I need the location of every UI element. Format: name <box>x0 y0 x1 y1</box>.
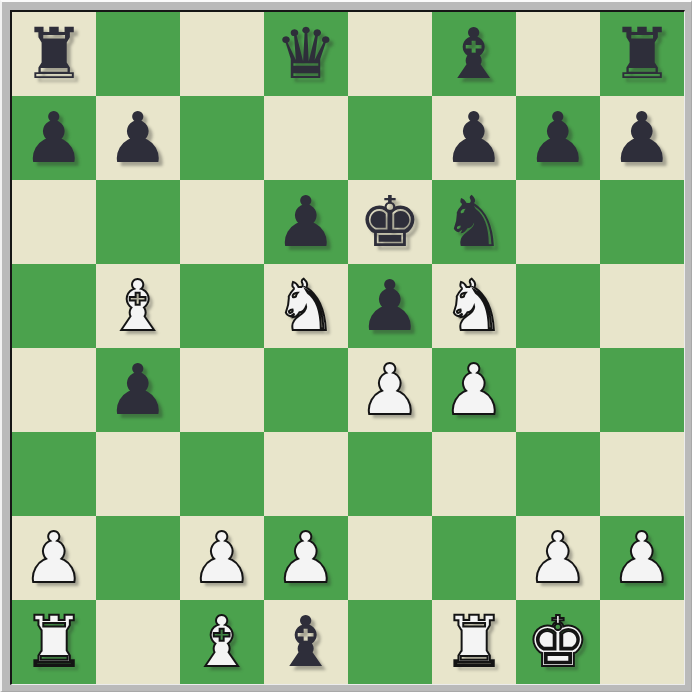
square-a4[interactable] <box>12 348 96 432</box>
black-pawn-e5[interactable]: ♟ <box>359 264 422 348</box>
black-pawn-b7[interactable]: ♟ <box>107 96 170 180</box>
square-f1[interactable]: ♜ <box>432 600 516 684</box>
black-pawn-d6[interactable]: ♟ <box>275 180 338 264</box>
white-pawn-d2[interactable]: ♟ <box>275 516 338 600</box>
square-c5[interactable] <box>180 264 264 348</box>
black-bishop-f8[interactable]: ♝ <box>443 12 506 96</box>
black-pawn-f7[interactable]: ♟ <box>443 96 506 180</box>
square-h4[interactable] <box>600 348 684 432</box>
square-h5[interactable] <box>600 264 684 348</box>
square-d1[interactable]: ♝ <box>264 600 348 684</box>
white-rook-a1[interactable]: ♜ <box>23 600 86 684</box>
board-frame: ♜♛♝♜♟♟♟♟♟♟♚♞♝♞♟♞♟♟♟♟♟♟♟♟♜♝♝♜♚ <box>0 0 692 692</box>
square-g6[interactable] <box>516 180 600 264</box>
square-d2[interactable]: ♟ <box>264 516 348 600</box>
black-pawn-b4[interactable]: ♟ <box>107 348 170 432</box>
square-c1[interactable]: ♝ <box>180 600 264 684</box>
square-g2[interactable]: ♟ <box>516 516 600 600</box>
square-g3[interactable] <box>516 432 600 516</box>
white-pawn-a2[interactable]: ♟ <box>23 516 86 600</box>
square-g5[interactable] <box>516 264 600 348</box>
white-pawn-g2[interactable]: ♟ <box>527 516 590 600</box>
square-d5[interactable]: ♞ <box>264 264 348 348</box>
black-knight-f6[interactable]: ♞ <box>443 180 506 264</box>
square-c3[interactable] <box>180 432 264 516</box>
square-c4[interactable] <box>180 348 264 432</box>
square-f8[interactable]: ♝ <box>432 12 516 96</box>
white-pawn-h2[interactable]: ♟ <box>611 516 674 600</box>
white-knight-d5[interactable]: ♞ <box>275 264 338 348</box>
square-g1[interactable]: ♚ <box>516 600 600 684</box>
square-b8[interactable] <box>96 12 180 96</box>
square-e4[interactable]: ♟ <box>348 348 432 432</box>
square-b3[interactable] <box>96 432 180 516</box>
square-b5[interactable]: ♝ <box>96 264 180 348</box>
white-pawn-e4[interactable]: ♟ <box>359 348 422 432</box>
square-g4[interactable] <box>516 348 600 432</box>
square-g8[interactable] <box>516 12 600 96</box>
black-queen-d8[interactable]: ♛ <box>275 12 338 96</box>
square-f2[interactable] <box>432 516 516 600</box>
square-a5[interactable] <box>12 264 96 348</box>
square-h7[interactable]: ♟ <box>600 96 684 180</box>
white-pawn-c2[interactable]: ♟ <box>191 516 254 600</box>
square-e8[interactable] <box>348 12 432 96</box>
white-king-g1[interactable]: ♚ <box>527 600 590 684</box>
square-g7[interactable]: ♟ <box>516 96 600 180</box>
black-pawn-g7[interactable]: ♟ <box>527 96 590 180</box>
square-a7[interactable]: ♟ <box>12 96 96 180</box>
square-e2[interactable] <box>348 516 432 600</box>
black-pawn-h7[interactable]: ♟ <box>611 96 674 180</box>
square-h3[interactable] <box>600 432 684 516</box>
square-a2[interactable]: ♟ <box>12 516 96 600</box>
square-h6[interactable] <box>600 180 684 264</box>
square-d7[interactable] <box>264 96 348 180</box>
square-e6[interactable]: ♚ <box>348 180 432 264</box>
white-bishop-b5[interactable]: ♝ <box>107 264 170 348</box>
square-f4[interactable]: ♟ <box>432 348 516 432</box>
square-a6[interactable] <box>12 180 96 264</box>
square-d4[interactable] <box>264 348 348 432</box>
black-king-e6[interactable]: ♚ <box>359 180 422 264</box>
square-c2[interactable]: ♟ <box>180 516 264 600</box>
square-b2[interactable] <box>96 516 180 600</box>
square-d8[interactable]: ♛ <box>264 12 348 96</box>
square-e1[interactable] <box>348 600 432 684</box>
square-h2[interactable]: ♟ <box>600 516 684 600</box>
square-e3[interactable] <box>348 432 432 516</box>
square-h1[interactable] <box>600 600 684 684</box>
square-e7[interactable] <box>348 96 432 180</box>
square-h8[interactable]: ♜ <box>600 12 684 96</box>
black-bishop-d1[interactable]: ♝ <box>275 600 338 684</box>
square-f7[interactable]: ♟ <box>432 96 516 180</box>
square-c8[interactable] <box>180 12 264 96</box>
square-b7[interactable]: ♟ <box>96 96 180 180</box>
black-pawn-a7[interactable]: ♟ <box>23 96 86 180</box>
square-f3[interactable] <box>432 432 516 516</box>
black-rook-h8[interactable]: ♜ <box>611 12 674 96</box>
square-c7[interactable] <box>180 96 264 180</box>
black-rook-a8[interactable]: ♜ <box>23 12 86 96</box>
white-pawn-f4[interactable]: ♟ <box>443 348 506 432</box>
square-c6[interactable] <box>180 180 264 264</box>
white-knight-f5[interactable]: ♞ <box>443 264 506 348</box>
square-f5[interactable]: ♞ <box>432 264 516 348</box>
square-e5[interactable]: ♟ <box>348 264 432 348</box>
square-b1[interactable] <box>96 600 180 684</box>
square-d6[interactable]: ♟ <box>264 180 348 264</box>
white-rook-f1[interactable]: ♜ <box>443 600 506 684</box>
square-a1[interactable]: ♜ <box>12 600 96 684</box>
square-a8[interactable]: ♜ <box>12 12 96 96</box>
square-f6[interactable]: ♞ <box>432 180 516 264</box>
square-b4[interactable]: ♟ <box>96 348 180 432</box>
square-a3[interactable] <box>12 432 96 516</box>
square-b6[interactable] <box>96 180 180 264</box>
square-d3[interactable] <box>264 432 348 516</box>
white-bishop-c1[interactable]: ♝ <box>191 600 254 684</box>
chess-board: ♜♛♝♜♟♟♟♟♟♟♚♞♝♞♟♞♟♟♟♟♟♟♟♟♜♝♝♜♚ <box>10 10 685 685</box>
